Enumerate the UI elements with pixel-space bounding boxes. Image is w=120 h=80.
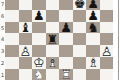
piece-white-knight-c1: ♞︎♘︎ bbox=[32, 69, 46, 80]
square-a7 bbox=[5, 0, 19, 10]
piece-white-rook-e1: ♜︎♖︎ bbox=[59, 69, 73, 80]
piece-black-pawn-e5: ♟︎ bbox=[59, 22, 73, 34]
square-b3: ♟︎♙︎ bbox=[19, 45, 33, 57]
square-a2 bbox=[5, 57, 19, 69]
square-a1 bbox=[5, 69, 19, 80]
square-e5: ♟︎ bbox=[59, 22, 73, 34]
square-e7 bbox=[59, 0, 73, 10]
square-c6: ♟︎ bbox=[32, 10, 46, 22]
square-a6 bbox=[5, 10, 19, 22]
piece-white-pawn-h3: ♟︎♙︎ bbox=[100, 45, 114, 57]
piece-white-bishop-g2: ♝︎♗︎ bbox=[86, 57, 100, 69]
chess-diagram: 7654321 ♚︎♟︎♟︎♟︎♝︎♟︎♞︎♜︎♟︎♙︎♟︎♙︎♚︎♔︎♝︎♗︎… bbox=[0, 0, 120, 80]
square-d7 bbox=[46, 0, 60, 10]
square-h2 bbox=[100, 57, 114, 69]
piece-black-knight-g5: ♞︎ bbox=[86, 22, 100, 34]
chess-board: ♚︎♟︎♟︎♟︎♝︎♟︎♞︎♜︎♟︎♙︎♟︎♙︎♚︎♔︎♝︎♗︎♝︎♗︎♞︎♘︎… bbox=[5, 0, 113, 80]
square-e3 bbox=[59, 45, 73, 57]
square-f3 bbox=[73, 45, 87, 57]
square-b1 bbox=[19, 69, 33, 80]
piece-black-bishop-b5: ♝︎ bbox=[19, 22, 33, 34]
piece-black-pawn-c6: ♟︎ bbox=[32, 10, 46, 22]
square-g1 bbox=[86, 69, 100, 80]
square-d6 bbox=[46, 10, 60, 22]
piece-white-pawn-b3: ♟︎♙︎ bbox=[19, 45, 33, 57]
square-b2 bbox=[19, 57, 33, 69]
square-d1 bbox=[46, 69, 60, 80]
square-d4: ♜︎ bbox=[46, 33, 60, 45]
square-g2: ♝︎♗︎ bbox=[86, 57, 100, 69]
piece-white-bishop-d2: ♝︎♗︎ bbox=[46, 57, 60, 69]
square-h1 bbox=[100, 69, 114, 80]
page-edge-line bbox=[118, 0, 119, 80]
square-b5: ♝︎ bbox=[19, 22, 33, 34]
piece-black-rook-d4: ♜︎ bbox=[46, 33, 60, 45]
square-c4 bbox=[32, 33, 46, 45]
square-h5 bbox=[100, 22, 114, 34]
square-f6 bbox=[73, 10, 87, 22]
square-g5: ♞︎ bbox=[86, 22, 100, 34]
square-a5 bbox=[5, 22, 19, 34]
square-a4 bbox=[5, 33, 19, 45]
square-c5 bbox=[32, 22, 46, 34]
square-b7 bbox=[19, 0, 33, 10]
square-h7 bbox=[100, 0, 114, 10]
square-f2 bbox=[73, 57, 87, 69]
square-f5 bbox=[73, 22, 87, 34]
square-g4 bbox=[86, 33, 100, 45]
square-f7: ♚︎ bbox=[73, 0, 87, 10]
square-e4 bbox=[59, 33, 73, 45]
square-e1: ♜︎♖︎ bbox=[59, 69, 73, 80]
piece-black-king-f7: ♚︎ bbox=[73, 0, 87, 10]
square-h6 bbox=[100, 10, 114, 22]
square-c1: ♞︎♘︎ bbox=[32, 69, 46, 80]
square-f4 bbox=[73, 33, 87, 45]
square-f1 bbox=[73, 69, 87, 80]
square-a3 bbox=[5, 45, 19, 57]
square-d2: ♝︎♗︎ bbox=[46, 57, 60, 69]
square-h3: ♟︎♙︎ bbox=[100, 45, 114, 57]
